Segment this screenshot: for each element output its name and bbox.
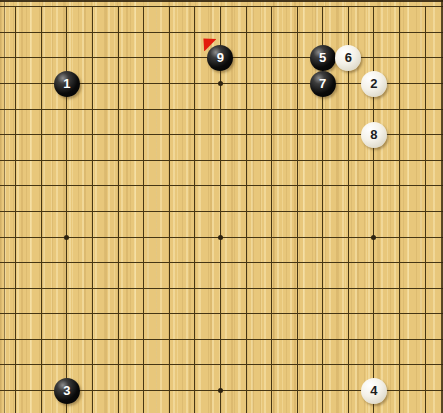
move-number: 6	[345, 45, 352, 71]
star-point	[371, 235, 376, 240]
grid-line-vertical	[118, 6, 119, 413]
move-number: 9	[217, 45, 224, 71]
move-number: 7	[319, 71, 326, 97]
grid-line-horizontal	[0, 160, 443, 161]
grid-line-horizontal	[0, 32, 443, 33]
move-number: 4	[370, 378, 377, 404]
grid-line-vertical	[169, 6, 170, 413]
grid-line-horizontal	[0, 6, 443, 7]
grid-line-vertical	[194, 6, 195, 413]
star-point	[64, 235, 69, 240]
stone-black-K17: 9	[207, 45, 233, 71]
grid-line-vertical	[271, 6, 272, 413]
move-number: 3	[63, 378, 70, 404]
grid-line-vertical	[246, 6, 247, 413]
stone-black-O16: 7	[310, 71, 336, 97]
grid-line-horizontal	[0, 364, 443, 365]
grid-line-horizontal	[0, 185, 443, 186]
move-number: 2	[370, 71, 377, 97]
move-number: 8	[370, 122, 377, 148]
cropped-frame-line-left	[4, 0, 5, 413]
stone-white-Q14: 8	[361, 122, 387, 148]
move-number: 5	[319, 45, 326, 71]
grid-line-horizontal	[0, 109, 443, 110]
grid-line-horizontal	[0, 262, 443, 263]
grid-line-horizontal	[0, 339, 443, 340]
grid-line-vertical	[425, 6, 426, 413]
grid-line-vertical	[297, 6, 298, 413]
grid-line-vertical	[399, 6, 400, 413]
stone-white-Q4: 4	[361, 378, 387, 404]
stone-black-D16: 1	[54, 71, 80, 97]
grid-line-vertical	[41, 6, 42, 413]
stone-white-Q16: 2	[361, 71, 387, 97]
grid-line-vertical	[92, 6, 93, 413]
star-point	[218, 81, 223, 86]
star-point	[218, 388, 223, 393]
cropped-frame-line-top	[0, 0, 443, 2]
grid-line-vertical	[66, 6, 67, 413]
stone-black-D4: 3	[54, 378, 80, 404]
stone-white-P17: 6	[335, 45, 361, 71]
grid-line-vertical	[143, 6, 144, 413]
grid-line-vertical	[15, 6, 16, 413]
grid-line-horizontal	[0, 313, 443, 314]
go-board[interactable]: 123456789	[0, 0, 443, 413]
star-point	[218, 235, 223, 240]
grid-line-horizontal	[0, 211, 443, 212]
move-number: 1	[63, 71, 70, 97]
stone-black-O17: 5	[310, 45, 336, 71]
grid-line-horizontal	[0, 288, 443, 289]
grid-line-vertical	[373, 6, 374, 413]
